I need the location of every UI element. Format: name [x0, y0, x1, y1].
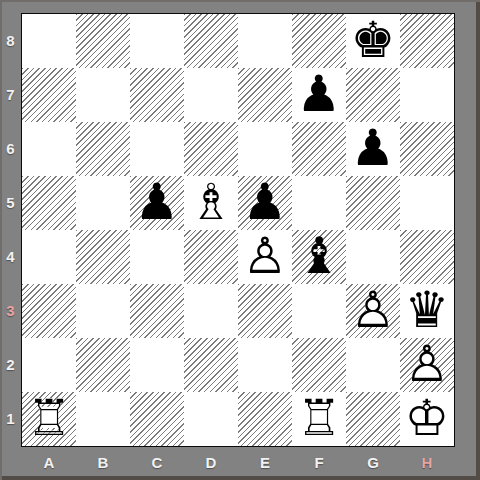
file-label-e: E: [238, 447, 292, 477]
square-h5[interactable]: [400, 176, 454, 230]
square-e6[interactable]: [238, 122, 292, 176]
rank-label-4: 4: [0, 229, 21, 283]
file-label-d: D: [184, 447, 238, 477]
square-c8[interactable]: [130, 14, 184, 68]
square-g8[interactable]: ♚: [346, 14, 400, 68]
square-c6[interactable]: [130, 122, 184, 176]
square-d1[interactable]: [184, 392, 238, 446]
piece-white-bishop-d5[interactable]: ♝♗: [184, 176, 238, 230]
file-labels: ABCDEFGH: [22, 447, 454, 477]
rank-label-3: 3: [0, 283, 21, 337]
file-label-b: B: [76, 447, 130, 477]
square-d5[interactable]: ♝♗: [184, 176, 238, 230]
board: ♚♟♟♟♝♗♟♟♙♝♟♙♛♟♙♜♖♜♖♚♔: [21, 13, 455, 447]
square-g7[interactable]: [346, 68, 400, 122]
square-a2[interactable]: [22, 338, 76, 392]
square-g2[interactable]: [346, 338, 400, 392]
square-c2[interactable]: [130, 338, 184, 392]
piece-white-pawn-g3[interactable]: ♟♙: [346, 284, 400, 338]
square-e1[interactable]: [238, 392, 292, 446]
square-e2[interactable]: [238, 338, 292, 392]
square-a4[interactable]: [22, 230, 76, 284]
square-h6[interactable]: [400, 122, 454, 176]
piece-white-king-h1[interactable]: ♚♔: [400, 392, 454, 446]
square-a5[interactable]: [22, 176, 76, 230]
square-d3[interactable]: [184, 284, 238, 338]
rank-label-7: 7: [0, 67, 21, 121]
square-b3[interactable]: [76, 284, 130, 338]
square-e4[interactable]: ♟♙: [238, 230, 292, 284]
piece-white-pawn-e4[interactable]: ♟♙: [238, 230, 292, 284]
square-f2[interactable]: [292, 338, 346, 392]
white-king-icon: ♔: [400, 392, 454, 446]
white-bishop-icon: ♗: [184, 176, 238, 230]
piece-white-rook-a1[interactable]: ♜♖: [22, 392, 76, 446]
piece-black-pawn-e5[interactable]: ♟: [238, 176, 292, 230]
square-g1[interactable]: [346, 392, 400, 446]
square-g3[interactable]: ♟♙: [346, 284, 400, 338]
square-c4[interactable]: [130, 230, 184, 284]
black-pawn-icon: ♟: [346, 122, 400, 176]
rank-label-2: 2: [0, 337, 21, 391]
black-pawn-icon: ♟: [238, 176, 292, 230]
square-b5[interactable]: [76, 176, 130, 230]
square-h7[interactable]: [400, 68, 454, 122]
file-label-f: F: [292, 447, 346, 477]
square-c3[interactable]: [130, 284, 184, 338]
rank-label-6: 6: [0, 121, 21, 175]
square-h8[interactable]: [400, 14, 454, 68]
square-b1[interactable]: [76, 392, 130, 446]
square-h3[interactable]: ♛: [400, 284, 454, 338]
black-king-icon: ♚: [346, 14, 400, 68]
white-rook-icon: ♖: [22, 392, 76, 446]
piece-black-pawn-c5[interactable]: ♟: [130, 176, 184, 230]
square-d8[interactable]: [184, 14, 238, 68]
square-g5[interactable]: [346, 176, 400, 230]
chessboard-frame: 87654321 ♚♟♟♟♝♗♟♟♙♝♟♙♛♟♙♜♖♜♖♚♔ ABCDEFGH: [0, 0, 480, 480]
square-f1[interactable]: ♜♖: [292, 392, 346, 446]
square-d7[interactable]: [184, 68, 238, 122]
piece-black-king-g8[interactable]: ♚: [346, 14, 400, 68]
square-h2[interactable]: ♟♙: [400, 338, 454, 392]
square-c7[interactable]: [130, 68, 184, 122]
square-d2[interactable]: [184, 338, 238, 392]
piece-black-pawn-g6[interactable]: ♟: [346, 122, 400, 176]
square-b6[interactable]: [76, 122, 130, 176]
square-g6[interactable]: ♟: [346, 122, 400, 176]
white-pawn-icon: ♙: [238, 230, 292, 284]
piece-white-pawn-h2[interactable]: ♟♙: [400, 338, 454, 392]
square-e7[interactable]: [238, 68, 292, 122]
square-b7[interactable]: [76, 68, 130, 122]
piece-white-rook-f1[interactable]: ♜♖: [292, 392, 346, 446]
rank-label-8: 8: [0, 13, 21, 67]
square-a6[interactable]: [22, 122, 76, 176]
white-pawn-icon: ♙: [346, 284, 400, 338]
square-d4[interactable]: [184, 230, 238, 284]
piece-black-queen-h3[interactable]: ♛: [400, 284, 454, 338]
square-b8[interactable]: [76, 14, 130, 68]
square-c5[interactable]: ♟: [130, 176, 184, 230]
square-c1[interactable]: [130, 392, 184, 446]
square-e8[interactable]: [238, 14, 292, 68]
square-f6[interactable]: [292, 122, 346, 176]
black-queen-icon: ♛: [400, 284, 454, 338]
file-label-c: C: [130, 447, 184, 477]
square-f3[interactable]: [292, 284, 346, 338]
square-a7[interactable]: [22, 68, 76, 122]
file-label-g: G: [346, 447, 400, 477]
square-f8[interactable]: [292, 14, 346, 68]
file-label-h: H: [400, 447, 454, 477]
square-d6[interactable]: [184, 122, 238, 176]
square-g4[interactable]: [346, 230, 400, 284]
black-pawn-icon: ♟: [292, 68, 346, 122]
square-h4[interactable]: [400, 230, 454, 284]
rank-labels: 87654321: [0, 13, 21, 445]
square-e3[interactable]: [238, 284, 292, 338]
square-b4[interactable]: [76, 230, 130, 284]
square-f4[interactable]: ♝: [292, 230, 346, 284]
square-a3[interactable]: [22, 284, 76, 338]
rank-label-1: 1: [0, 391, 21, 445]
square-e5[interactable]: ♟: [238, 176, 292, 230]
file-label-a: A: [22, 447, 76, 477]
black-bishop-icon: ♝: [292, 230, 346, 284]
white-rook-icon: ♖: [292, 392, 346, 446]
square-f7[interactable]: ♟: [292, 68, 346, 122]
white-pawn-icon: ♙: [400, 338, 454, 392]
black-pawn-icon: ♟: [130, 176, 184, 230]
piece-black-pawn-f7[interactable]: ♟: [292, 68, 346, 122]
rank-label-5: 5: [0, 175, 21, 229]
piece-black-bishop-f4[interactable]: ♝: [292, 230, 346, 284]
square-a1[interactable]: ♜♖: [22, 392, 76, 446]
square-f5[interactable]: [292, 176, 346, 230]
square-b2[interactable]: [76, 338, 130, 392]
square-h1[interactable]: ♚♔: [400, 392, 454, 446]
square-a8[interactable]: [22, 14, 76, 68]
